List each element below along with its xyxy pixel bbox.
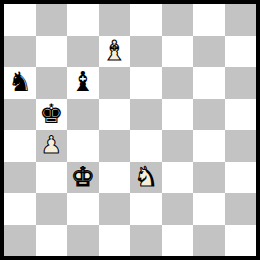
square-f7[interactable] (162, 36, 194, 68)
white-knight-piece: ♞ (134, 163, 158, 190)
square-c6[interactable]: ♝ (67, 67, 99, 99)
square-c7[interactable] (67, 36, 99, 68)
square-a3[interactable] (4, 162, 36, 194)
square-g6[interactable] (193, 67, 225, 99)
square-f3[interactable] (162, 162, 194, 194)
square-c5[interactable] (67, 99, 99, 131)
square-d3[interactable] (99, 162, 131, 194)
square-e3[interactable]: ♞ (130, 162, 162, 194)
square-b2[interactable] (36, 193, 68, 225)
square-b7[interactable] (36, 36, 68, 68)
square-h8[interactable] (225, 4, 257, 36)
square-f6[interactable] (162, 67, 194, 99)
chessboard: ♝♞♝♚♟♚♞ (0, 0, 260, 260)
square-c4[interactable] (67, 130, 99, 162)
square-b8[interactable] (36, 4, 68, 36)
square-a7[interactable] (4, 36, 36, 68)
square-a1[interactable] (4, 225, 36, 257)
square-e5[interactable] (130, 99, 162, 131)
square-d8[interactable] (99, 4, 131, 36)
square-h1[interactable] (225, 225, 257, 257)
black-knight-piece: ♞ (8, 68, 32, 95)
square-f2[interactable] (162, 193, 194, 225)
square-b3[interactable] (36, 162, 68, 194)
square-a2[interactable] (4, 193, 36, 225)
square-h6[interactable] (225, 67, 257, 99)
square-d4[interactable] (99, 130, 131, 162)
square-d2[interactable] (99, 193, 131, 225)
square-f8[interactable] (162, 4, 194, 36)
square-g5[interactable] (193, 99, 225, 131)
square-h4[interactable] (225, 130, 257, 162)
square-f5[interactable] (162, 99, 194, 131)
square-d6[interactable] (99, 67, 131, 99)
square-e6[interactable] (130, 67, 162, 99)
square-c3[interactable]: ♚ (67, 162, 99, 194)
square-a5[interactable] (4, 99, 36, 131)
square-h7[interactable] (225, 36, 257, 68)
square-e7[interactable] (130, 36, 162, 68)
white-king-piece: ♚ (71, 163, 95, 190)
square-e2[interactable] (130, 193, 162, 225)
square-b6[interactable] (36, 67, 68, 99)
square-f4[interactable] (162, 130, 194, 162)
square-g3[interactable] (193, 162, 225, 194)
white-bishop-piece: ♝ (102, 37, 126, 64)
white-pawn-piece: ♟ (40, 133, 62, 157)
square-h5[interactable] (225, 99, 257, 131)
square-e4[interactable] (130, 130, 162, 162)
square-h3[interactable] (225, 162, 257, 194)
square-c2[interactable] (67, 193, 99, 225)
square-a8[interactable] (4, 4, 36, 36)
square-c8[interactable] (67, 4, 99, 36)
square-f1[interactable] (162, 225, 194, 257)
square-b1[interactable] (36, 225, 68, 257)
square-c1[interactable] (67, 225, 99, 257)
square-d1[interactable] (99, 225, 131, 257)
black-king-piece: ♚ (39, 100, 63, 127)
square-a6[interactable]: ♞ (4, 67, 36, 99)
square-g4[interactable] (193, 130, 225, 162)
square-e1[interactable] (130, 225, 162, 257)
black-bishop-piece: ♝ (71, 68, 95, 95)
square-b4[interactable]: ♟ (36, 130, 68, 162)
square-e8[interactable] (130, 4, 162, 36)
square-d5[interactable] (99, 99, 131, 131)
square-g8[interactable] (193, 4, 225, 36)
square-b5[interactable]: ♚ (36, 99, 68, 131)
square-d7[interactable]: ♝ (99, 36, 131, 68)
square-h2[interactable] (225, 193, 257, 225)
square-g2[interactable] (193, 193, 225, 225)
square-g7[interactable] (193, 36, 225, 68)
square-g1[interactable] (193, 225, 225, 257)
square-a4[interactable] (4, 130, 36, 162)
